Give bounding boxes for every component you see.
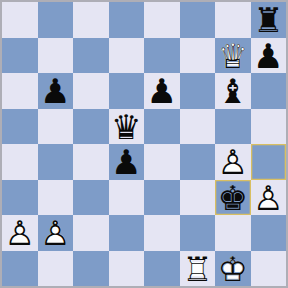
square-e1[interactable] [144, 251, 180, 287]
square-h5[interactable] [251, 109, 287, 145]
black-pawn-glyph: ♟ [144, 74, 180, 109]
white-pawn-outline: ♙ [2, 216, 38, 251]
white-king-outline: ♔ [215, 252, 251, 287]
square-f6[interactable] [180, 73, 216, 109]
square-c6[interactable] [73, 73, 109, 109]
square-e7[interactable] [144, 38, 180, 74]
black-king[interactable]: ♚ [215, 180, 251, 216]
square-h8[interactable]: ♜ [251, 2, 287, 38]
square-h2[interactable] [251, 215, 287, 251]
square-h3[interactable]: ♟♙ [251, 180, 287, 216]
square-g2[interactable] [215, 215, 251, 251]
square-d4[interactable]: ♟ [109, 144, 145, 180]
square-g1[interactable]: ♚♔ [215, 251, 251, 287]
square-d1[interactable] [109, 251, 145, 287]
square-g8[interactable] [215, 2, 251, 38]
black-pawn-glyph: ♟ [109, 145, 145, 180]
square-a6[interactable] [2, 73, 38, 109]
square-c4[interactable] [73, 144, 109, 180]
white-pawn-outline: ♙ [38, 216, 74, 251]
board-frame: ♜♛♕♟♟♟♝♛♟♟♙♚♟♙♟♙♟♙♜♖♚♔ [0, 0, 288, 288]
square-f5[interactable] [180, 109, 216, 145]
square-f1[interactable]: ♜♖ [180, 251, 216, 287]
square-f8[interactable] [180, 2, 216, 38]
square-a8[interactable] [2, 2, 38, 38]
square-g5[interactable] [215, 109, 251, 145]
square-b6[interactable]: ♟ [38, 73, 74, 109]
black-pawn[interactable]: ♟ [109, 144, 145, 180]
square-g3[interactable]: ♚ [215, 180, 251, 216]
square-d2[interactable] [109, 215, 145, 251]
square-g7[interactable]: ♛♕ [215, 38, 251, 74]
white-king[interactable]: ♚♔ [215, 251, 251, 287]
square-g4[interactable]: ♟♙ [215, 144, 251, 180]
square-c1[interactable] [73, 251, 109, 287]
square-c2[interactable] [73, 215, 109, 251]
white-rook-outline: ♖ [180, 252, 216, 287]
square-e8[interactable] [144, 2, 180, 38]
white-pawn-outline: ♙ [251, 181, 287, 216]
square-d6[interactable] [109, 73, 145, 109]
white-pawn[interactable]: ♟♙ [215, 144, 251, 180]
black-pawn-glyph: ♟ [38, 74, 74, 109]
square-b8[interactable] [38, 2, 74, 38]
black-king-glyph: ♚ [215, 181, 251, 216]
square-a5[interactable] [2, 109, 38, 145]
white-rook[interactable]: ♜♖ [180, 251, 216, 287]
square-b2[interactable]: ♟♙ [38, 215, 74, 251]
black-pawn[interactable]: ♟ [38, 73, 74, 109]
square-a4[interactable] [2, 144, 38, 180]
square-b3[interactable] [38, 180, 74, 216]
black-rook-glyph: ♜ [251, 3, 287, 38]
square-a2[interactable]: ♟♙ [2, 215, 38, 251]
square-e6[interactable]: ♟ [144, 73, 180, 109]
square-h1[interactable] [251, 251, 287, 287]
square-e5[interactable] [144, 109, 180, 145]
square-b4[interactable] [38, 144, 74, 180]
chess-board: ♜♛♕♟♟♟♝♛♟♟♙♚♟♙♟♙♟♙♜♖♚♔ [2, 2, 286, 286]
white-queen-outline: ♕ [215, 39, 251, 74]
square-d3[interactable] [109, 180, 145, 216]
white-pawn[interactable]: ♟♙ [2, 215, 38, 251]
square-d5[interactable]: ♛ [109, 109, 145, 145]
square-a3[interactable] [2, 180, 38, 216]
black-queen-glyph: ♛ [109, 110, 145, 145]
white-pawn[interactable]: ♟♙ [38, 215, 74, 251]
square-c8[interactable] [73, 2, 109, 38]
square-e4[interactable] [144, 144, 180, 180]
black-bishop[interactable]: ♝ [215, 73, 251, 109]
black-pawn[interactable]: ♟ [251, 38, 287, 74]
black-queen[interactable]: ♛ [109, 109, 145, 145]
square-f4[interactable] [180, 144, 216, 180]
square-c5[interactable] [73, 109, 109, 145]
square-b7[interactable] [38, 38, 74, 74]
square-d8[interactable] [109, 2, 145, 38]
white-pawn[interactable]: ♟♙ [251, 180, 287, 216]
square-e2[interactable] [144, 215, 180, 251]
square-g6[interactable]: ♝ [215, 73, 251, 109]
square-a1[interactable] [2, 251, 38, 287]
square-f7[interactable] [180, 38, 216, 74]
square-e3[interactable] [144, 180, 180, 216]
square-h7[interactable]: ♟ [251, 38, 287, 74]
black-bishop-glyph: ♝ [215, 74, 251, 109]
square-b5[interactable] [38, 109, 74, 145]
white-pawn-outline: ♙ [215, 145, 251, 180]
square-a7[interactable] [2, 38, 38, 74]
square-f3[interactable] [180, 180, 216, 216]
square-c7[interactable] [73, 38, 109, 74]
black-rook[interactable]: ♜ [251, 2, 287, 38]
black-pawn-glyph: ♟ [251, 39, 287, 74]
square-d7[interactable] [109, 38, 145, 74]
square-c3[interactable] [73, 180, 109, 216]
square-h6[interactable] [251, 73, 287, 109]
square-b1[interactable] [38, 251, 74, 287]
white-queen[interactable]: ♛♕ [215, 38, 251, 74]
black-pawn[interactable]: ♟ [144, 73, 180, 109]
square-h4[interactable] [251, 144, 287, 180]
square-f2[interactable] [180, 215, 216, 251]
